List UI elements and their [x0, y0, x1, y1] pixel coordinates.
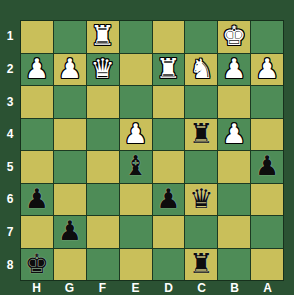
rank-label-4: 4 — [0, 118, 20, 151]
square-a1[interactable] — [251, 21, 283, 53]
square-h3[interactable] — [21, 86, 53, 118]
file-label-e: E — [119, 281, 152, 295]
square-b8[interactable] — [218, 249, 250, 281]
square-e6[interactable] — [120, 184, 152, 216]
piece-white-rook: ♜ — [91, 22, 115, 49]
square-e5[interactable]: ♝ — [120, 151, 152, 183]
square-f7[interactable] — [87, 216, 119, 248]
file-label-f: F — [86, 281, 119, 295]
piece-black-rook: ♜ — [189, 120, 213, 147]
square-f2[interactable]: ♛ — [87, 54, 119, 86]
piece-black-pawn: ♟ — [58, 217, 82, 244]
square-h6[interactable]: ♟ — [21, 184, 53, 216]
square-f4[interactable] — [87, 119, 119, 151]
square-c8[interactable]: ♜ — [185, 249, 217, 281]
square-d7[interactable] — [153, 216, 185, 248]
square-e8[interactable] — [120, 249, 152, 281]
piece-white-pawn: ♟ — [58, 55, 82, 82]
square-d8[interactable] — [153, 249, 185, 281]
square-h5[interactable] — [21, 151, 53, 183]
piece-black-queen: ♛ — [189, 185, 213, 212]
square-a8[interactable] — [251, 249, 283, 281]
square-c2[interactable]: ♞ — [185, 54, 217, 86]
square-b3[interactable] — [218, 86, 250, 118]
piece-black-pawn: ♟ — [255, 152, 279, 179]
square-e7[interactable] — [120, 216, 152, 248]
rank-label-8: 8 — [0, 248, 20, 281]
square-a4[interactable] — [251, 119, 283, 151]
square-b1[interactable]: ♚ — [218, 21, 250, 53]
square-c3[interactable] — [185, 86, 217, 118]
piece-white-pawn: ♟ — [222, 120, 246, 147]
square-h7[interactable] — [21, 216, 53, 248]
rank-label-1: 1 — [0, 20, 20, 53]
square-f6[interactable] — [87, 184, 119, 216]
square-g6[interactable] — [54, 184, 86, 216]
piece-black-pawn: ♟ — [156, 185, 180, 212]
square-e3[interactable] — [120, 86, 152, 118]
file-label-b: B — [218, 281, 251, 295]
square-c6[interactable]: ♛ — [185, 184, 217, 216]
chess-board: ♜♚♟♟♛♜♞♟♟♟♜♟♝♟♟♟♛♟♚♜ — [20, 20, 284, 281]
piece-white-knight: ♞ — [189, 55, 213, 82]
square-d2[interactable]: ♜ — [153, 54, 185, 86]
square-c1[interactable] — [185, 21, 217, 53]
rank-label-7: 7 — [0, 216, 20, 249]
square-h4[interactable] — [21, 119, 53, 151]
square-h8[interactable]: ♚ — [21, 249, 53, 281]
square-h2[interactable]: ♟ — [21, 54, 53, 86]
square-g1[interactable] — [54, 21, 86, 53]
square-b4[interactable]: ♟ — [218, 119, 250, 151]
square-g7[interactable]: ♟ — [54, 216, 86, 248]
square-g4[interactable] — [54, 119, 86, 151]
square-b6[interactable] — [218, 184, 250, 216]
square-f1[interactable]: ♜ — [87, 21, 119, 53]
square-h1[interactable] — [21, 21, 53, 53]
piece-white-pawn: ♟ — [222, 55, 246, 82]
square-g5[interactable] — [54, 151, 86, 183]
square-d6[interactable]: ♟ — [153, 184, 185, 216]
square-e4[interactable]: ♟ — [120, 119, 152, 151]
piece-white-rook: ♜ — [156, 55, 180, 82]
square-c7[interactable] — [185, 216, 217, 248]
square-d3[interactable] — [153, 86, 185, 118]
rank-label-2: 2 — [0, 53, 20, 86]
square-c4[interactable]: ♜ — [185, 119, 217, 151]
square-c5[interactable] — [185, 151, 217, 183]
piece-white-pawn: ♟ — [255, 55, 279, 82]
chess-app: 12345678 ♜♚♟♟♛♜♞♟♟♟♜♟♝♟♟♟♛♟♚♜ HGFEDCBA — [0, 0, 294, 295]
rank-label-6: 6 — [0, 183, 20, 216]
square-g3[interactable] — [54, 86, 86, 118]
square-a6[interactable] — [251, 184, 283, 216]
file-label-g: G — [53, 281, 86, 295]
square-f8[interactable] — [87, 249, 119, 281]
square-a2[interactable]: ♟ — [251, 54, 283, 86]
rank-label-5: 5 — [0, 151, 20, 184]
square-f5[interactable] — [87, 151, 119, 183]
square-b5[interactable] — [218, 151, 250, 183]
piece-black-king: ♚ — [25, 250, 49, 277]
piece-white-king: ♚ — [222, 22, 246, 49]
square-f3[interactable] — [87, 86, 119, 118]
piece-black-pawn: ♟ — [25, 185, 49, 212]
square-a7[interactable] — [251, 216, 283, 248]
square-b2[interactable]: ♟ — [218, 54, 250, 86]
file-label-c: C — [185, 281, 218, 295]
file-label-d: D — [152, 281, 185, 295]
file-label-a: A — [251, 281, 284, 295]
square-g8[interactable] — [54, 249, 86, 281]
square-b7[interactable] — [218, 216, 250, 248]
square-e1[interactable] — [120, 21, 152, 53]
square-a3[interactable] — [251, 86, 283, 118]
piece-black-bishop: ♝ — [123, 152, 147, 179]
piece-white-pawn: ♟ — [25, 55, 49, 82]
square-d1[interactable] — [153, 21, 185, 53]
rank-labels: 12345678 — [0, 20, 20, 281]
rank-label-3: 3 — [0, 85, 20, 118]
piece-black-rook: ♜ — [189, 250, 213, 277]
piece-white-pawn: ♟ — [123, 120, 147, 147]
file-labels: HGFEDCBA — [20, 281, 284, 295]
square-g2[interactable]: ♟ — [54, 54, 86, 86]
piece-white-queen: ♛ — [91, 55, 115, 82]
square-d4[interactable] — [153, 119, 185, 151]
file-label-h: H — [20, 281, 53, 295]
square-a5[interactable]: ♟ — [251, 151, 283, 183]
square-e2[interactable] — [120, 54, 152, 86]
square-d5[interactable] — [153, 151, 185, 183]
